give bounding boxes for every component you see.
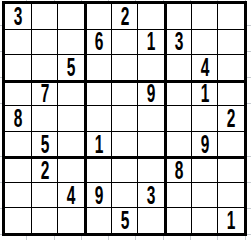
sudoku-cell-r4c8[interactable]: 1 bbox=[192, 81, 218, 106]
sudoku-cell-r7c9[interactable] bbox=[218, 157, 244, 182]
sudoku-cell-r4c4[interactable] bbox=[85, 81, 111, 106]
sudoku-cell-r9c8[interactable] bbox=[192, 208, 218, 233]
sudoku-cell-r2c1[interactable] bbox=[5, 30, 31, 55]
sudoku-cell-r5c7[interactable] bbox=[165, 106, 191, 131]
sudoku-cell-r9c9[interactable]: 1 bbox=[218, 208, 244, 233]
sudoku-cell-r9c4[interactable] bbox=[85, 208, 111, 233]
sudoku-cell-r1c2[interactable] bbox=[32, 4, 58, 29]
sudoku-cell-r9c6[interactable] bbox=[138, 208, 164, 233]
sudoku-cell-r1c1[interactable]: 3 bbox=[5, 4, 31, 29]
sudoku-cell-r7c1[interactable] bbox=[5, 157, 31, 182]
sudoku-cell-r8c6[interactable]: 3 bbox=[138, 183, 164, 208]
given-digit: 3 bbox=[147, 183, 156, 208]
given-digit: 7 bbox=[40, 81, 49, 105]
given-digit: 9 bbox=[95, 183, 104, 208]
given-digit: 8 bbox=[14, 106, 23, 131]
sudoku-screen: 3261354791825192849351 bbox=[0, 0, 251, 240]
sudoku-cell-r3c6[interactable] bbox=[138, 55, 164, 80]
sudoku-cell-r5c8[interactable] bbox=[192, 106, 218, 131]
sudoku-cell-r7c3[interactable] bbox=[58, 157, 84, 182]
sudoku-cell-r9c5[interactable]: 5 bbox=[112, 208, 138, 233]
sudoku-cell-r7c6[interactable] bbox=[138, 157, 164, 182]
given-digit: 5 bbox=[40, 132, 49, 157]
sudoku-cell-r9c7[interactable] bbox=[165, 208, 191, 233]
given-digit: 1 bbox=[147, 30, 156, 55]
sudoku-cell-r6c5[interactable] bbox=[112, 132, 138, 157]
sudoku-cell-r2c7[interactable]: 3 bbox=[165, 30, 191, 55]
sudoku-cell-r8c8[interactable] bbox=[192, 183, 218, 208]
given-digit: 4 bbox=[67, 183, 76, 208]
sudoku-cell-r8c2[interactable] bbox=[32, 183, 58, 208]
sudoku-cell-r7c7[interactable]: 8 bbox=[165, 157, 191, 182]
sudoku-cell-r4c2[interactable]: 7 bbox=[32, 81, 58, 106]
sudoku-cell-r3c8[interactable]: 4 bbox=[192, 55, 218, 80]
sudoku-cell-r9c1[interactable] bbox=[5, 208, 31, 233]
sudoku-cell-r5c9[interactable]: 2 bbox=[218, 106, 244, 131]
sudoku-cell-r3c1[interactable] bbox=[5, 55, 31, 80]
sudoku-cell-r3c7[interactable] bbox=[165, 55, 191, 80]
sudoku-cell-r2c5[interactable] bbox=[112, 30, 138, 55]
sudoku-cell-r5c1[interactable]: 8 bbox=[5, 106, 31, 131]
sudoku-cell-r6c9[interactable] bbox=[218, 132, 244, 157]
sudoku-cell-r5c6[interactable] bbox=[138, 106, 164, 131]
given-digit: 9 bbox=[200, 132, 209, 157]
sudoku-cell-r8c7[interactable] bbox=[165, 183, 191, 208]
sudoku-cell-r5c3[interactable] bbox=[58, 106, 84, 131]
sudoku-board: 3261354791825192849351 bbox=[2, 1, 247, 236]
sudoku-cell-r6c1[interactable] bbox=[5, 132, 31, 157]
given-digit: 8 bbox=[175, 158, 184, 182]
sudoku-cell-r8c9[interactable] bbox=[218, 183, 244, 208]
given-digit: 6 bbox=[95, 30, 104, 55]
sudoku-cell-r8c5[interactable] bbox=[112, 183, 138, 208]
given-digit: 5 bbox=[67, 55, 76, 80]
sudoku-cell-r6c3[interactable] bbox=[58, 132, 84, 157]
sudoku-cell-r1c9[interactable] bbox=[218, 4, 244, 29]
sudoku-cell-r2c9[interactable] bbox=[218, 30, 244, 55]
sudoku-cell-r2c3[interactable] bbox=[58, 30, 84, 55]
sudoku-cell-r6c4[interactable]: 1 bbox=[85, 132, 111, 157]
sudoku-cell-r6c2[interactable]: 5 bbox=[32, 132, 58, 157]
sudoku-cell-r8c3[interactable]: 4 bbox=[58, 183, 84, 208]
given-digit: 2 bbox=[120, 4, 129, 29]
sudoku-cell-r2c4[interactable]: 6 bbox=[85, 30, 111, 55]
sudoku-cell-r9c3[interactable] bbox=[58, 208, 84, 233]
sudoku-cell-r5c2[interactable] bbox=[32, 106, 58, 131]
sudoku-cell-r6c8[interactable]: 9 bbox=[192, 132, 218, 157]
sudoku-cell-r3c3[interactable]: 5 bbox=[58, 55, 84, 80]
sudoku-cell-r6c6[interactable] bbox=[138, 132, 164, 157]
given-digit: 9 bbox=[147, 81, 156, 105]
sudoku-cell-r2c2[interactable] bbox=[32, 30, 58, 55]
sudoku-cell-r1c5[interactable]: 2 bbox=[112, 4, 138, 29]
given-digit: 1 bbox=[200, 81, 209, 105]
sudoku-cell-r7c4[interactable] bbox=[85, 157, 111, 182]
sudoku-cell-r3c2[interactable] bbox=[32, 55, 58, 80]
sudoku-cell-r1c6[interactable] bbox=[138, 4, 164, 29]
sudoku-cell-r8c1[interactable] bbox=[5, 183, 31, 208]
given-digit: 3 bbox=[175, 30, 184, 55]
given-digit: 1 bbox=[95, 132, 104, 157]
sudoku-cell-r5c5[interactable] bbox=[112, 106, 138, 131]
given-digit: 5 bbox=[120, 208, 129, 233]
sudoku-cell-r4c3[interactable] bbox=[58, 81, 84, 106]
sudoku-cell-r3c5[interactable] bbox=[112, 55, 138, 80]
sudoku-cell-r7c2[interactable]: 2 bbox=[32, 157, 58, 182]
sudoku-cell-r2c6[interactable]: 1 bbox=[138, 30, 164, 55]
sudoku-cell-r7c8[interactable] bbox=[192, 157, 218, 182]
sudoku-cell-r4c5[interactable] bbox=[112, 81, 138, 106]
given-digit: 3 bbox=[14, 4, 23, 29]
sudoku-cell-r3c9[interactable] bbox=[218, 55, 244, 80]
sudoku-cell-r1c4[interactable] bbox=[85, 4, 111, 29]
sudoku-cell-r4c6[interactable]: 9 bbox=[138, 81, 164, 106]
sudoku-cell-r1c7[interactable] bbox=[165, 4, 191, 29]
sudoku-cell-r9c2[interactable] bbox=[32, 208, 58, 233]
sudoku-cell-r1c3[interactable] bbox=[58, 4, 84, 29]
sudoku-cell-r4c7[interactable] bbox=[165, 81, 191, 106]
sudoku-cell-r8c4[interactable]: 9 bbox=[85, 183, 111, 208]
given-digit: 1 bbox=[227, 208, 236, 233]
sudoku-cell-r5c4[interactable] bbox=[85, 106, 111, 131]
sudoku-cell-r2c8[interactable] bbox=[192, 30, 218, 55]
sudoku-cell-r1c8[interactable] bbox=[192, 4, 218, 29]
given-digit: 2 bbox=[227, 106, 236, 131]
sudoku-cell-r4c1[interactable] bbox=[5, 81, 31, 106]
given-digit: 4 bbox=[200, 55, 209, 80]
given-digit: 2 bbox=[40, 158, 49, 182]
sudoku-cell-r3c4[interactable] bbox=[85, 55, 111, 80]
sudoku-cell-r4c9[interactable] bbox=[218, 81, 244, 106]
sudoku-cell-r6c7[interactable] bbox=[165, 132, 191, 157]
sudoku-cell-r7c5[interactable] bbox=[112, 157, 138, 182]
